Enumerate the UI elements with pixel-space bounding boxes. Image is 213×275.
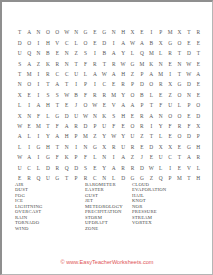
- grid-cell: M: [165, 28, 174, 38]
- grid-cell: Z: [128, 70, 137, 80]
- grid-cell: N: [109, 28, 118, 38]
- grid-cell: O: [24, 80, 33, 90]
- grid-cell: G: [90, 142, 99, 152]
- grid-cell: A: [15, 132, 24, 142]
- grid-cell: M: [137, 59, 146, 69]
- grid-cell: V: [184, 163, 193, 173]
- grid-cell: H: [118, 28, 127, 38]
- grid-cell: O: [175, 111, 184, 121]
- grid-cell: Z: [34, 59, 43, 69]
- grid-cell: E: [184, 38, 193, 48]
- grid-cell: Z: [71, 49, 80, 59]
- grid-cell: L: [71, 38, 80, 48]
- grid-cell: Q: [62, 163, 71, 173]
- grid-cell: W: [15, 153, 24, 163]
- grid-cell: W: [109, 132, 118, 142]
- grid-cell: A: [109, 70, 118, 80]
- grid-cell: U: [156, 153, 165, 163]
- grid-cell: N: [24, 111, 33, 121]
- grid-cell: E: [184, 111, 193, 121]
- grid-cell: E: [90, 38, 99, 48]
- grid-cell: I: [34, 90, 43, 100]
- grid-cell: L: [128, 49, 137, 59]
- grid-cell: R: [128, 142, 137, 152]
- grid-cell: S: [81, 163, 90, 173]
- grid-cell: R: [137, 122, 146, 132]
- grid-cell: N: [90, 111, 99, 121]
- grid-cell: I: [109, 38, 118, 48]
- grid-cell: T: [194, 49, 203, 59]
- grid-cell: P: [71, 153, 80, 163]
- grid-cell: T: [62, 80, 71, 90]
- grid-cell: K: [100, 111, 109, 121]
- grid-cell: C: [24, 163, 33, 173]
- grid-cell: U: [15, 49, 24, 59]
- grid-cell: E: [147, 153, 156, 163]
- grid-cell: A: [24, 59, 33, 69]
- grid-cell: A: [137, 38, 146, 48]
- grid-cell: E: [156, 90, 165, 100]
- grid-cell: A: [24, 28, 33, 38]
- grid-cell: E: [175, 163, 184, 173]
- grid-cell: D: [43, 163, 52, 173]
- grid-cell: A: [184, 153, 193, 163]
- grid-cell: E: [109, 80, 118, 90]
- grid-cell: A: [128, 101, 137, 111]
- grid-cell: R: [90, 90, 99, 100]
- grid-cell: T: [175, 153, 184, 163]
- grid-cell: Z: [128, 153, 137, 163]
- grid-cell: O: [128, 90, 137, 100]
- grid-cell: E: [118, 122, 127, 132]
- grid-cell: F: [81, 59, 90, 69]
- grid-cell: X: [165, 80, 174, 90]
- grid-cell: U: [71, 111, 80, 121]
- grid-cell: I: [34, 132, 43, 142]
- grid-cell: I: [109, 153, 118, 163]
- grid-cell: C: [62, 38, 71, 48]
- grid-cell: A: [194, 70, 203, 80]
- grid-cell: T: [147, 101, 156, 111]
- grid-cell: X: [175, 28, 184, 38]
- grid-cell: O: [24, 38, 33, 48]
- grid-cell: O: [81, 38, 90, 48]
- grid-cell: T: [175, 70, 184, 80]
- grid-cell: G: [53, 111, 62, 121]
- grid-cell: N: [100, 153, 109, 163]
- grid-cell: U: [165, 101, 174, 111]
- grid-cell: T: [100, 59, 109, 69]
- grid-cell: Z: [90, 132, 99, 142]
- grid-cell: U: [128, 132, 137, 142]
- grid-cell: O: [147, 80, 156, 90]
- grid-cell: T: [71, 59, 80, 69]
- grid-cell: W: [118, 59, 127, 69]
- grid-cell: O: [175, 90, 184, 100]
- grid-cell: P: [137, 70, 146, 80]
- grid-cell: R: [109, 142, 118, 152]
- grid-cell: G: [184, 142, 193, 152]
- grid-cell: D: [147, 142, 156, 152]
- grid-cell: D: [81, 122, 90, 132]
- grid-cell: C: [100, 80, 109, 90]
- grid-cell: X: [15, 111, 24, 121]
- grid-cell: S: [109, 111, 118, 121]
- grid-cell: V: [109, 101, 118, 111]
- grid-cell: T: [43, 80, 52, 90]
- grid-cell: F: [53, 122, 62, 132]
- grid-cell: Q: [137, 49, 146, 59]
- grid-cell: K: [147, 59, 156, 69]
- grid-cell: Y: [118, 90, 127, 100]
- grid-cell: C: [165, 153, 174, 163]
- grid-cell: R: [100, 90, 109, 100]
- grid-cell: T: [15, 70, 24, 80]
- grid-cell: O: [81, 101, 90, 111]
- grid-cell: A: [109, 163, 118, 173]
- grid-cell: W: [184, 70, 193, 80]
- worksheet-page: TANOOWNGEGNHXEIPMXTRDOIHVCLOEDIAWABXGOEE…: [0, 0, 213, 275]
- grid-cell: O: [128, 122, 137, 132]
- grid-cell: R: [194, 153, 203, 163]
- grid-cell: E: [194, 90, 203, 100]
- grid-cell: W: [184, 59, 193, 69]
- grid-cell: Y: [100, 132, 109, 142]
- grid-cell: F: [156, 101, 165, 111]
- grid-cell: I: [71, 80, 80, 90]
- grid-cell: D: [100, 38, 109, 48]
- grid-cell: I: [34, 153, 43, 163]
- grid-cell: D: [184, 49, 193, 59]
- grid-cell: R: [71, 122, 80, 132]
- grid-cell: D: [71, 163, 80, 173]
- grid-cell: X: [15, 90, 24, 100]
- grid-cell: N: [156, 59, 165, 69]
- grid-cell: A: [24, 153, 33, 163]
- grid-cell: V: [53, 38, 62, 48]
- grid-cell: I: [147, 122, 156, 132]
- grid-cell: S: [15, 59, 24, 69]
- grid-cell: I: [71, 142, 80, 152]
- grid-cell: E: [194, 38, 203, 48]
- grid-cell: M: [109, 90, 118, 100]
- grid-cell: Q: [24, 49, 33, 59]
- grid-cell: P: [156, 28, 165, 38]
- grid-cell: I: [34, 80, 43, 90]
- grid-cell: Y: [118, 132, 127, 142]
- word-search-grid: TANOOWNGEGNHXEIPMXTRDOIHVCLOEDIAWABXGOEE…: [15, 28, 203, 184]
- grid-cell: W: [147, 163, 156, 173]
- grid-cell: H: [43, 101, 52, 111]
- grid-cell: K: [43, 59, 52, 69]
- grid-cell: E: [194, 59, 203, 69]
- grid-cell: D: [62, 111, 71, 121]
- grid-cell: L: [81, 70, 90, 80]
- grid-cell: G: [81, 28, 90, 38]
- grid-cell: K: [62, 153, 71, 163]
- grid-cell: Z: [165, 90, 174, 100]
- grid-cell: W: [100, 70, 109, 80]
- word-item: VORTEX: [132, 220, 203, 225]
- grid-cell: P: [71, 132, 80, 142]
- grid-cell: S: [81, 49, 90, 59]
- grid-cell: E: [24, 122, 33, 132]
- grid-cell: A: [118, 101, 127, 111]
- grid-cell: O: [43, 28, 52, 38]
- grid-cell: B: [100, 49, 109, 59]
- footer-credit: © www.EasyTeacherWorksheets.com: [2, 259, 212, 265]
- grid-cell: N: [62, 142, 71, 152]
- grid-cell: H: [62, 132, 71, 142]
- grid-cell: I: [34, 38, 43, 48]
- grid-cell: I: [34, 70, 43, 80]
- grid-cell: N: [156, 111, 165, 121]
- word-list-column-2: BAROMETEREASTERGUSTJETMETEOROLOGYPRECIPI…: [85, 182, 132, 232]
- grid-cell: W: [15, 122, 24, 132]
- grid-cell: B: [43, 49, 52, 59]
- grid-cell: F: [34, 111, 43, 121]
- grid-cell: W: [62, 28, 71, 38]
- grid-cell: A: [109, 49, 118, 59]
- grid-cell: O: [175, 132, 184, 142]
- grid-cell: E: [62, 101, 71, 111]
- grid-cell: G: [128, 59, 137, 69]
- grid-cell: L: [194, 163, 203, 173]
- grid-cell: T: [43, 122, 52, 132]
- grid-cell: T: [15, 28, 24, 38]
- grid-cell: I: [147, 28, 156, 38]
- grid-cell: G: [165, 38, 174, 48]
- grid-cell: P: [184, 101, 193, 111]
- word-item: WIND: [15, 226, 85, 231]
- grid-cell: G: [43, 153, 52, 163]
- grid-cell: Y: [156, 122, 165, 132]
- grid-cell: N: [184, 90, 193, 100]
- grid-cell: L: [147, 90, 156, 100]
- grid-cell: D: [15, 38, 24, 48]
- grid-cell: W: [62, 90, 71, 100]
- grid-cell: F: [81, 153, 90, 163]
- grid-cell: E: [128, 111, 137, 121]
- grid-cell: I: [24, 142, 33, 152]
- grid-cell: E: [100, 101, 109, 111]
- grid-cell: Y: [118, 49, 127, 59]
- grid-cell: R: [90, 59, 99, 69]
- grid-cell: E: [24, 90, 33, 100]
- grid-cell: L: [15, 142, 24, 152]
- grid-cell: Z: [137, 132, 146, 142]
- grid-cell: F: [184, 122, 193, 132]
- grid-cell: L: [156, 163, 165, 173]
- grid-cell: R: [118, 163, 127, 173]
- grid-cell: C: [62, 70, 71, 80]
- grid-cell: I: [165, 70, 174, 80]
- grid-cell: O: [53, 28, 62, 38]
- grid-cell: R: [53, 163, 62, 173]
- grid-cell: T: [147, 132, 156, 142]
- grid-cell: T: [53, 101, 62, 111]
- grid-cell: T: [184, 28, 193, 38]
- grid-cell: I: [165, 163, 174, 173]
- grid-cell: P: [90, 122, 99, 132]
- grid-cell: L: [156, 132, 165, 142]
- grid-cell: D: [184, 132, 193, 142]
- grid-cell: Y: [43, 132, 52, 142]
- grid-cell: W: [81, 111, 90, 121]
- grid-cell: G: [100, 28, 109, 38]
- grid-cell: T: [53, 142, 62, 152]
- grid-cell: A: [147, 111, 156, 121]
- grid-cell: H: [43, 38, 52, 48]
- grid-cell: D: [137, 163, 146, 173]
- grid-cell: Y: [100, 163, 109, 173]
- grid-cell: O: [175, 38, 184, 48]
- grid-cell: F: [165, 122, 174, 132]
- grid-cell: X: [156, 142, 165, 152]
- grid-cell: L: [43, 111, 52, 121]
- grid-cell: D: [137, 80, 146, 90]
- grid-cell: X: [156, 38, 165, 48]
- grid-cell: X: [128, 28, 137, 38]
- grid-cell: N: [34, 49, 43, 59]
- grid-cell: I: [90, 49, 99, 59]
- grid-cell: S: [43, 90, 52, 100]
- grid-cell: N: [34, 28, 43, 38]
- grid-cell: E: [90, 163, 99, 173]
- grid-cell: E: [90, 28, 99, 38]
- grid-cell: M: [156, 70, 165, 80]
- grid-cell: A: [53, 132, 62, 142]
- grid-cell: P: [128, 80, 137, 90]
- grid-cell: A: [147, 70, 156, 80]
- grid-cell: G: [34, 142, 43, 152]
- grid-cell: F: [53, 153, 62, 163]
- grid-cell: E: [137, 28, 146, 38]
- grid-cell: M: [24, 70, 33, 80]
- grid-cell: M: [81, 132, 90, 142]
- grid-cell: E: [53, 49, 62, 59]
- grid-cell: J: [137, 153, 146, 163]
- grid-cell: N: [15, 80, 24, 90]
- grid-cell: E: [194, 80, 203, 90]
- grid-cell: R: [109, 59, 118, 69]
- grid-cell: M: [147, 49, 156, 59]
- grid-cell: L: [15, 101, 24, 111]
- grid-cell: W: [128, 38, 137, 48]
- grid-cell: G: [175, 80, 184, 90]
- grid-cell: A: [118, 153, 127, 163]
- grid-cell: L: [90, 153, 99, 163]
- grid-cell: R: [156, 80, 165, 90]
- grid-cell: X: [165, 142, 174, 152]
- grid-cell: L: [156, 49, 165, 59]
- word-list-column-1: AIRDUSTFOGICELIGHTNINGOVERCASTRAINTORNAD…: [15, 182, 85, 232]
- grid-cell: N: [81, 142, 90, 152]
- grid-cell: H: [43, 142, 52, 152]
- grid-cell: L: [175, 101, 184, 111]
- word-list-column-3: CLOUDEVAPORATIONHAILKNOTNORPRESSURESTREA…: [132, 182, 203, 232]
- grid-cell: A: [118, 38, 127, 48]
- grid-cell: N: [62, 49, 71, 59]
- grid-cell: B: [147, 38, 156, 48]
- grid-cell: R: [118, 80, 127, 90]
- grid-cell: R: [128, 163, 137, 173]
- grid-cell: O: [194, 101, 203, 111]
- grid-cell: I: [90, 80, 99, 90]
- grid-cell: R: [43, 70, 52, 80]
- grid-cell: E: [165, 59, 174, 69]
- grid-cell: T: [175, 49, 184, 59]
- grid-cell: H: [118, 111, 127, 121]
- grid-cell: P: [81, 80, 90, 90]
- grid-cell: U: [100, 122, 109, 132]
- grid-cell: R: [175, 122, 184, 132]
- grid-cell: X: [100, 142, 109, 152]
- grid-cell: U: [118, 142, 127, 152]
- grid-cell: C: [53, 70, 62, 80]
- grid-cell: R: [165, 49, 174, 59]
- grid-cell: O: [165, 111, 174, 121]
- grid-cell: E: [175, 142, 184, 152]
- word-item: ZONE: [85, 226, 132, 231]
- grid-cell: U: [15, 163, 24, 173]
- grid-cell: S: [53, 90, 62, 100]
- grid-cell: F: [81, 90, 90, 100]
- grid-cell: I: [24, 101, 33, 111]
- grid-cell: E: [165, 132, 174, 142]
- grid-cell: R: [53, 59, 62, 69]
- grid-cell: E: [137, 142, 146, 152]
- grid-cell: W: [90, 101, 99, 111]
- grid-cell: H: [194, 142, 203, 152]
- grid-cell: X: [194, 122, 203, 132]
- grid-cell: U: [71, 70, 80, 80]
- grid-cell: D: [184, 80, 193, 90]
- grid-cell: D: [194, 111, 203, 121]
- grid-cell: J: [71, 101, 80, 111]
- grid-cell: A: [62, 122, 71, 132]
- grid-cell: P: [194, 132, 203, 142]
- grid-cell: N: [175, 59, 184, 69]
- grid-cell: N: [62, 59, 71, 69]
- grid-cell: A: [90, 70, 99, 80]
- grid-cell: H: [118, 70, 127, 80]
- grid-cell: P: [137, 101, 146, 111]
- grid-cell: F: [109, 122, 118, 132]
- grid-cell: N: [71, 28, 80, 38]
- grid-cell: A: [34, 101, 43, 111]
- grid-cell: L: [24, 132, 33, 142]
- grid-cell: L: [34, 163, 43, 173]
- word-list: AIRDUSTFOGICELIGHTNINGOVERCASTRAINTORNAD…: [15, 182, 203, 232]
- grid-cell: B: [71, 90, 80, 100]
- grid-cell: R: [137, 111, 146, 121]
- grid-cell: A: [53, 80, 62, 90]
- grid-cell: R: [194, 28, 203, 38]
- grid-cell: M: [34, 122, 43, 132]
- grid-cell: B: [137, 90, 146, 100]
